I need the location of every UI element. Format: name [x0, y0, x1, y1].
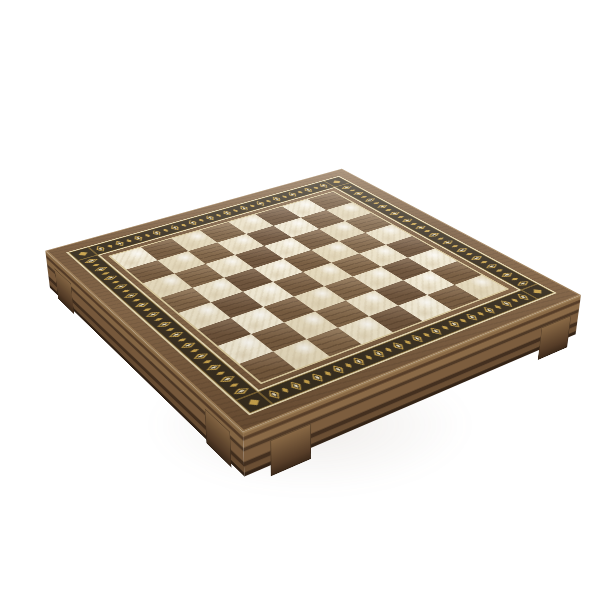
square-e2[interactable]: [211, 292, 263, 318]
square-f3[interactable]: [263, 296, 315, 322]
square-d2[interactable]: [193, 278, 243, 303]
inlay-dot-icon: [131, 298, 142, 303]
inlay-diamond-icon: [253, 200, 267, 206]
inlay-diamond-icon: [122, 292, 140, 300]
inlay-diamond-icon: [349, 356, 368, 367]
inlay-diamond-icon: [497, 299, 515, 308]
inlay-diamond-icon: [112, 283, 130, 291]
inlay-diamond-icon: [463, 312, 481, 322]
inlay-diamond-icon: [217, 374, 238, 384]
inlay-dot-icon: [232, 209, 240, 213]
inlay-dot-icon: [121, 289, 132, 294]
inlay-dot-icon: [142, 307, 153, 312]
square-g1[interactable]: [218, 334, 273, 364]
inlay-diamond-icon: [301, 187, 315, 193]
inlay-diamond-icon: [362, 197, 377, 203]
inlay-corner-icon: [521, 284, 554, 299]
square-e4[interactable]: [273, 272, 323, 296]
inlay-dot-icon: [402, 339, 413, 345]
inlay-dot-icon: [91, 263, 101, 267]
square-h5[interactable]: [369, 305, 423, 332]
inlay-diamond-icon: [427, 326, 445, 336]
inlay-dot-icon: [510, 277, 520, 281]
inlay-dot-icon: [383, 347, 394, 353]
inlay-dot-icon: [197, 218, 205, 222]
inlay-diamond-icon: [387, 210, 403, 216]
inlay-dot-icon: [265, 199, 273, 203]
inlay-dot-icon: [281, 195, 289, 199]
inlay-dot-icon: [458, 318, 469, 324]
inlay-diamond-icon: [308, 372, 327, 383]
inlay-diamond-icon: [265, 389, 284, 401]
product-photo-background: [0, 0, 608, 608]
square-h1[interactable]: [239, 351, 296, 382]
inlay-dot-icon: [215, 213, 223, 217]
inlay-diamond-icon: [412, 224, 428, 230]
inlay-diamond-icon: [166, 330, 185, 339]
inlay-dot-icon: [248, 204, 256, 208]
inlay-dot-icon: [384, 208, 393, 211]
inlay-dot-icon: [280, 387, 291, 394]
inlay-dot-icon: [360, 195, 369, 198]
square-h6[interactable]: [398, 295, 451, 321]
inlay-dot-icon: [493, 304, 504, 309]
inlay-diamond-icon: [270, 196, 284, 202]
inlay-diamond-icon: [178, 341, 198, 350]
inlay-diamond-icon: [204, 362, 224, 372]
board-foot: [538, 315, 572, 360]
inlay-dot-icon: [201, 359, 213, 365]
inlay-diamond-icon: [514, 293, 532, 302]
inlay-dot-icon: [106, 244, 114, 248]
inlay-dot-icon: [436, 237, 446, 241]
inlay-dot-icon: [296, 190, 304, 194]
inlay-dot-icon: [409, 222, 418, 226]
inlay-dot-icon: [475, 311, 486, 317]
square-h8[interactable]: [455, 275, 507, 299]
square-e1[interactable]: [179, 302, 231, 329]
inlay-dot-icon: [215, 370, 227, 376]
square-g7[interactable]: [403, 271, 454, 295]
inlay-dot-icon: [180, 223, 188, 227]
square-h3[interactable]: [306, 327, 362, 356]
square-c1[interactable]: [143, 273, 193, 297]
inlay-diamond-icon: [440, 239, 456, 246]
inlay-diamond-icon: [220, 210, 234, 217]
inlay-diamond-icon: [498, 271, 515, 279]
square-h2[interactable]: [273, 339, 329, 369]
square-d1[interactable]: [160, 287, 211, 312]
inlay-diamond-icon: [480, 306, 498, 315]
inlay-dot-icon: [479, 260, 489, 264]
inlay-diamond-icon: [483, 263, 500, 270]
inlay-dot-icon: [494, 268, 504, 272]
inlay-diamond-icon: [287, 380, 306, 392]
inlay-dot-icon: [125, 239, 133, 243]
inlay-diamond-icon: [329, 364, 348, 375]
inlay-diamond-icon: [369, 348, 388, 359]
square-e3[interactable]: [243, 282, 294, 307]
inlay-diamond-icon: [375, 204, 390, 210]
inlay-dot-icon: [176, 337, 188, 342]
inlay-diamond-icon: [514, 280, 532, 288]
inlay-dot-icon: [343, 362, 354, 368]
inlay-diamond-icon: [112, 240, 126, 247]
inlay-diamond-icon: [168, 224, 182, 231]
inlay-dot-icon: [396, 215, 405, 219]
inlay-diamond-icon: [445, 319, 463, 329]
inlay-diamond-icon: [237, 205, 251, 212]
inlay-dot-icon: [421, 332, 432, 338]
inlay-diamond-icon: [351, 191, 366, 197]
inlay-dot-icon: [312, 186, 320, 190]
inlay-diamond-icon: [399, 217, 415, 223]
square-f5[interactable]: [324, 276, 375, 301]
inlay-diamond-icon: [186, 219, 200, 226]
inlay-diamond-icon: [102, 274, 120, 282]
square-g6[interactable]: [375, 280, 427, 305]
inlay-dot-icon: [301, 378, 312, 385]
inlay-dot-icon: [189, 348, 201, 354]
inlay-dot-icon: [322, 370, 333, 377]
inlay-dot-icon: [110, 280, 121, 284]
inlay-diamond-icon: [155, 320, 174, 329]
inlay-dot-icon: [422, 229, 431, 233]
inlay-diamond-icon: [454, 247, 471, 254]
inlay-diamond-icon: [389, 341, 408, 351]
inlay-diamond-icon: [231, 386, 252, 397]
inlay-dot-icon: [228, 382, 240, 388]
inlay-diamond-icon: [133, 301, 152, 309]
inlay-corner-icon: [235, 392, 272, 414]
square-g4[interactable]: [315, 301, 368, 328]
square-f1[interactable]: [198, 318, 252, 346]
inlay-diamond-icon: [426, 232, 442, 239]
inlay-dot-icon: [363, 354, 374, 360]
inlay-diamond-icon: [339, 185, 354, 190]
inlay-diamond-icon: [150, 229, 164, 236]
square-g5[interactable]: [346, 290, 399, 316]
square-g3[interactable]: [284, 311, 338, 339]
inlay-diamond-icon: [408, 333, 427, 343]
inlay-dot-icon: [510, 298, 521, 303]
square-f4[interactable]: [294, 286, 346, 311]
inlay-diamond-icon: [468, 255, 485, 262]
inlay-diamond-icon: [191, 351, 211, 361]
inlay-diamond-icon: [203, 214, 217, 221]
inlay-diamond-icon: [144, 310, 163, 319]
inlay-dot-icon: [372, 202, 381, 205]
inlay-dot-icon: [153, 317, 164, 322]
square-h4[interactable]: [338, 316, 393, 344]
inlay-dot-icon: [450, 244, 460, 248]
square-f2[interactable]: [231, 307, 284, 334]
square-g2[interactable]: [252, 322, 307, 351]
inlay-diamond-icon: [92, 266, 110, 273]
inlay-diamond-icon: [131, 235, 145, 242]
inlay-dot-icon: [144, 233, 152, 237]
inlay-dot-icon: [162, 228, 170, 232]
square-h7[interactable]: [427, 285, 480, 310]
inlay-dot-icon: [464, 252, 474, 256]
inlay-dot-icon: [165, 327, 176, 332]
inlay-dot-icon: [440, 325, 451, 331]
inlay-diamond-icon: [93, 245, 107, 253]
inlay-dot-icon: [348, 189, 357, 192]
inlay-dot-icon: [100, 271, 110, 275]
inlay-diamond-icon: [286, 191, 300, 197]
